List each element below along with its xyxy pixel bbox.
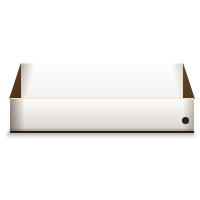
board-top-surface — [10, 64, 194, 99]
cutting-board-photo — [0, 0, 200, 200]
brand-logo — [182, 117, 189, 124]
board-front-face — [10, 98, 194, 133]
